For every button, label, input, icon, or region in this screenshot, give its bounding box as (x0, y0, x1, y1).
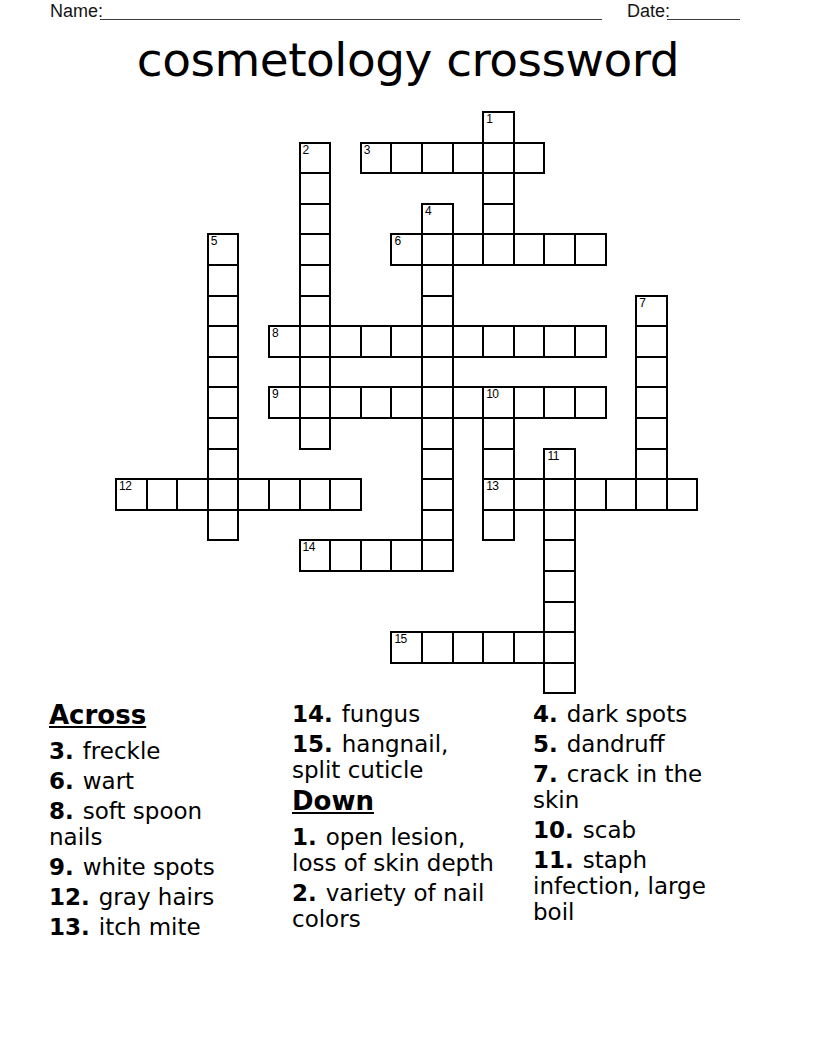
grid-cell[interactable] (299, 325, 332, 358)
grid-cell[interactable] (207, 325, 240, 358)
clue-text: crack in the skin (533, 761, 702, 813)
grid-cell[interactable] (543, 478, 576, 511)
grid-cell[interactable] (360, 325, 393, 358)
clue-item: 4.dark spots (533, 701, 773, 727)
grid-cell[interactable] (299, 203, 332, 236)
clue-item: 13.itch mite (49, 914, 289, 940)
grid-cell[interactable] (390, 142, 423, 175)
grid-cell[interactable] (513, 386, 546, 419)
clue-number-label: 15. (292, 731, 333, 757)
clue-number: 4 (425, 205, 431, 218)
grid-cell[interactable]: 1 (482, 111, 515, 144)
grid-cell[interactable]: 12 (115, 478, 148, 511)
grid-cell[interactable] (482, 172, 515, 205)
grid-cell[interactable] (299, 356, 332, 389)
clue-number-label: 1. (292, 824, 317, 850)
grid-cell[interactable] (421, 356, 454, 389)
grid-cell[interactable] (543, 570, 576, 603)
grid-cell[interactable] (635, 356, 668, 389)
grid-cell[interactable] (421, 448, 454, 481)
clue-text: fungus (342, 701, 420, 727)
grid-cell[interactable] (299, 417, 332, 450)
grid-cell[interactable] (421, 142, 454, 175)
grid-cell[interactable] (635, 386, 668, 419)
grid-cell[interactable] (482, 509, 515, 542)
clue-number: 12 (119, 480, 131, 493)
clue-number-label: 4. (533, 701, 558, 727)
grid-cell[interactable] (543, 233, 576, 266)
grid-cell[interactable] (513, 478, 546, 511)
clue-item: 1.open lesion, loss of skin depth (292, 824, 532, 876)
clue-number-label: 5. (533, 731, 558, 757)
clue-number: 15 (394, 633, 406, 646)
grid-cell[interactable] (543, 386, 576, 419)
grid-cell[interactable] (482, 325, 515, 358)
crossword-grid: 123456789101112131415 (115, 111, 700, 696)
grid-cell[interactable] (360, 539, 393, 572)
clue-number: 6 (394, 235, 400, 248)
clue-number: 11 (547, 450, 558, 463)
clue-number: 13 (486, 480, 498, 493)
grid-cell[interactable] (421, 264, 454, 297)
grid-cell[interactable] (421, 539, 454, 572)
grid-cell[interactable] (574, 478, 607, 511)
clue-text: gray hairs (99, 884, 215, 910)
grid-cell[interactable] (390, 539, 423, 572)
clues-heading-across: Across (49, 701, 289, 729)
grid-cell[interactable] (299, 386, 332, 419)
grid-cell[interactable] (421, 386, 454, 419)
grid-cell[interactable] (207, 509, 240, 542)
date-label: Date: (627, 1, 670, 21)
grid-cell[interactable] (513, 233, 546, 266)
clue-item: 2.variety of nail colors (292, 880, 532, 932)
grid-cell[interactable]: 6 (390, 233, 423, 266)
clue-column: Across3.freckle6.wart8.soft spoon nails9… (49, 701, 289, 944)
clue-column: 4.dark spots5.dandruff7.crack in the ski… (533, 701, 773, 929)
grid-cell[interactable] (543, 662, 576, 695)
clue-text: freckle (83, 738, 161, 764)
clue-item: 8.soft spoon nails (49, 798, 289, 850)
grid-cell[interactable] (421, 417, 454, 450)
clue-number-label: 9. (49, 854, 74, 880)
clue-text: white spots (83, 854, 215, 880)
grid-cell[interactable] (421, 478, 454, 511)
grid-cell[interactable] (513, 631, 546, 664)
grid-cell[interactable] (452, 233, 485, 266)
page-title: cosmetology crossword (0, 30, 816, 90)
clues-section: Across3.freckle6.wart8.soft spoon nails9… (49, 701, 794, 951)
grid-cell[interactable] (635, 417, 668, 450)
clues-heading-down: Down (292, 787, 532, 815)
grid-cell[interactable] (452, 631, 485, 664)
grid-cell[interactable] (574, 233, 607, 266)
clue-item: 11.staph infection, large boil (533, 847, 773, 925)
clue-number: 9 (272, 388, 278, 401)
grid-cell[interactable] (329, 539, 362, 572)
grid-cell[interactable] (390, 325, 423, 358)
clue-number-label: 3. (49, 738, 74, 764)
grid-cell[interactable] (482, 417, 515, 450)
clue-item: 14.fungus (292, 701, 532, 727)
clue-item: 3.freckle (49, 738, 289, 764)
clue-number-label: 8. (49, 798, 74, 824)
grid-cell[interactable]: 15 (390, 631, 423, 664)
grid-cell[interactable]: 4 (421, 203, 454, 236)
grid-cell[interactable] (268, 478, 301, 511)
clue-text: itch mite (99, 914, 201, 940)
grid-cell[interactable] (299, 478, 332, 511)
clue-number: 7 (639, 297, 645, 310)
grid-cell[interactable] (207, 478, 240, 511)
grid-cell[interactable] (513, 142, 546, 175)
grid-cell[interactable] (299, 264, 332, 297)
grid-cell[interactable] (482, 203, 515, 236)
grid-cell[interactable]: 10 (482, 386, 515, 419)
grid-cell[interactable] (329, 478, 362, 511)
clue-number-label: 7. (533, 761, 558, 787)
grid-cell[interactable] (237, 478, 270, 511)
grid-cell[interactable] (543, 539, 576, 572)
clue-text: open lesion, loss of skin depth (292, 824, 494, 876)
clue-number-label: 11. (533, 847, 574, 873)
clue-item: 12.gray hairs (49, 884, 289, 910)
grid-cell[interactable] (666, 478, 699, 511)
clue-number-label: 2. (292, 880, 317, 906)
grid-cell[interactable] (207, 386, 240, 419)
clue-item: 15.hangnail, split cuticle (292, 731, 532, 783)
clue-number-label: 13. (49, 914, 90, 940)
grid-cell[interactable] (421, 631, 454, 664)
clue-text: dandruff (567, 731, 665, 757)
clue-number-label: 14. (292, 701, 333, 727)
name-label: Name: (50, 1, 103, 21)
clue-item: 9.white spots (49, 854, 289, 880)
grid-cell[interactable] (452, 325, 485, 358)
grid-cell[interactable]: 7 (635, 295, 668, 328)
grid-cell[interactable]: 14 (299, 539, 332, 572)
grid-cell[interactable] (176, 478, 209, 511)
grid-cell[interactable] (329, 325, 362, 358)
grid-cell[interactable]: 5 (207, 233, 240, 266)
grid-cell[interactable] (299, 295, 332, 328)
grid-cell[interactable] (482, 233, 515, 266)
clue-text: dark spots (567, 701, 687, 727)
grid-cell[interactable] (421, 509, 454, 542)
grid-cell[interactable] (482, 142, 515, 175)
grid-cell[interactable]: 2 (299, 142, 332, 175)
grid-cell[interactable] (299, 233, 332, 266)
grid-cell[interactable] (207, 417, 240, 450)
date-fill-line[interactable] (667, 19, 740, 20)
clue-number: 3 (364, 144, 370, 157)
clue-item: 10.scab (533, 817, 773, 843)
grid-cell[interactable] (513, 325, 546, 358)
grid-cell[interactable] (421, 233, 454, 266)
clue-item: 5.dandruff (533, 731, 773, 757)
clue-number: 10 (486, 388, 498, 401)
grid-cell[interactable] (543, 325, 576, 358)
grid-cell[interactable] (482, 448, 515, 481)
grid-cell[interactable]: 8 (268, 325, 301, 358)
grid-cell[interactable]: 9 (268, 386, 301, 419)
clue-item: 6.wart (49, 768, 289, 794)
clue-number: 2 (303, 144, 309, 157)
clue-number-label: 6. (49, 768, 74, 794)
clue-text: scab (583, 817, 636, 843)
grid-cell[interactable] (360, 386, 393, 419)
grid-cell[interactable]: 11 (543, 448, 576, 481)
clue-number: 1 (486, 113, 492, 126)
grid-cell[interactable] (421, 325, 454, 358)
grid-cell[interactable] (146, 478, 179, 511)
grid-cell[interactable] (207, 295, 240, 328)
grid-cell[interactable] (299, 172, 332, 205)
grid-cell[interactable] (605, 478, 638, 511)
name-fill-line[interactable] (100, 19, 602, 20)
clue-number: 8 (272, 327, 278, 340)
clue-number-label: 12. (49, 884, 90, 910)
grid-cell[interactable] (543, 601, 576, 634)
grid-cell[interactable] (574, 386, 607, 419)
clue-number: 5 (211, 235, 217, 248)
grid-cell[interactable] (635, 448, 668, 481)
grid-cell[interactable]: 3 (360, 142, 393, 175)
clue-number-label: 10. (533, 817, 574, 843)
grid-cell[interactable] (635, 325, 668, 358)
clue-column: 14.fungus15.hangnail, split cuticleDown1… (292, 701, 532, 936)
clue-text: wart (83, 768, 134, 794)
grid-cell[interactable] (574, 325, 607, 358)
worksheet-page: Name: Date: cosmetology crossword 123456… (0, 0, 816, 1056)
grid-cell[interactable] (482, 631, 515, 664)
clue-text: variety of nail colors (292, 880, 484, 932)
grid-cell[interactable] (452, 142, 485, 175)
grid-cell[interactable] (329, 386, 362, 419)
grid-cell[interactable] (421, 295, 454, 328)
grid-cell[interactable] (207, 264, 240, 297)
clue-number: 14 (303, 541, 315, 554)
grid-cell[interactable] (543, 631, 576, 664)
clue-item: 7.crack in the skin (533, 761, 773, 813)
grid-cell[interactable]: 13 (482, 478, 515, 511)
grid-cell[interactable] (635, 478, 668, 511)
grid-cell[interactable] (452, 386, 485, 419)
grid-cell[interactable] (207, 448, 240, 481)
grid-cell[interactable] (207, 356, 240, 389)
grid-cell[interactable] (543, 509, 576, 542)
grid-cell[interactable] (390, 386, 423, 419)
